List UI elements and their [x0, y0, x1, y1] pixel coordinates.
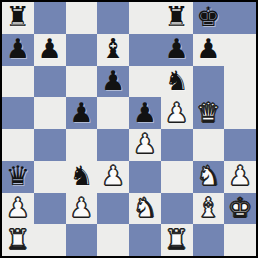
square-e5[interactable]: ♟	[129, 97, 161, 129]
piece-black-king[interactable]: ♚	[196, 3, 220, 30]
square-e6[interactable]	[129, 66, 161, 98]
square-g3[interactable]: ♞	[193, 161, 225, 193]
piece-black-bishop[interactable]: ♝	[101, 35, 125, 62]
square-h8[interactable]	[224, 2, 256, 34]
square-g2[interactable]: ♝	[193, 193, 225, 225]
square-g5[interactable]: ♛	[193, 97, 225, 129]
piece-white-rook[interactable]: ♜	[165, 226, 189, 253]
square-c3[interactable]: ♞	[66, 161, 98, 193]
piece-white-knight[interactable]: ♞	[133, 194, 157, 221]
square-d3[interactable]: ♟	[97, 161, 129, 193]
piece-white-bishop[interactable]: ♝	[196, 194, 220, 221]
square-b1[interactable]	[34, 224, 66, 256]
piece-white-queen[interactable]: ♛	[196, 99, 220, 126]
square-d8[interactable]	[97, 2, 129, 34]
square-h3[interactable]: ♟	[224, 161, 256, 193]
square-a8[interactable]: ♜	[2, 2, 34, 34]
square-e7[interactable]	[129, 34, 161, 66]
square-g1[interactable]	[193, 224, 225, 256]
square-e1[interactable]	[129, 224, 161, 256]
square-h1[interactable]	[224, 224, 256, 256]
square-g6[interactable]	[193, 66, 225, 98]
square-c7[interactable]	[66, 34, 98, 66]
square-h7[interactable]	[224, 34, 256, 66]
piece-white-king[interactable]: ♚	[228, 194, 252, 221]
square-b7[interactable]: ♟	[34, 34, 66, 66]
square-a3[interactable]: ♛	[2, 161, 34, 193]
square-f2[interactable]	[161, 193, 193, 225]
piece-white-pawn[interactable]: ♟	[165, 99, 189, 126]
square-c8[interactable]	[66, 2, 98, 34]
square-f7[interactable]: ♟	[161, 34, 193, 66]
piece-black-queen[interactable]: ♛	[6, 162, 30, 189]
piece-black-pawn[interactable]: ♟	[6, 35, 30, 62]
piece-white-pawn[interactable]: ♟	[69, 194, 93, 221]
piece-white-rook[interactable]: ♜	[6, 226, 30, 253]
piece-black-rook[interactable]: ♜	[165, 3, 189, 30]
square-b5[interactable]	[34, 97, 66, 129]
square-h6[interactable]	[224, 66, 256, 98]
piece-black-pawn[interactable]: ♟	[196, 35, 220, 62]
square-b4[interactable]	[34, 129, 66, 161]
square-c2[interactable]: ♟	[66, 193, 98, 225]
square-d2[interactable]	[97, 193, 129, 225]
square-a6[interactable]	[2, 66, 34, 98]
square-g8[interactable]: ♚	[193, 2, 225, 34]
square-f4[interactable]	[161, 129, 193, 161]
piece-black-pawn[interactable]: ♟	[38, 35, 62, 62]
square-c4[interactable]	[66, 129, 98, 161]
piece-white-pawn[interactable]: ♟	[101, 162, 125, 189]
square-e8[interactable]	[129, 2, 161, 34]
piece-black-knight[interactable]: ♞	[69, 162, 93, 189]
piece-black-rook[interactable]: ♜	[6, 3, 30, 30]
piece-black-pawn[interactable]: ♟	[101, 67, 125, 94]
square-e4[interactable]: ♟	[129, 129, 161, 161]
square-b8[interactable]	[34, 2, 66, 34]
square-d4[interactable]	[97, 129, 129, 161]
square-a7[interactable]: ♟	[2, 34, 34, 66]
square-e3[interactable]	[129, 161, 161, 193]
piece-black-pawn[interactable]: ♟	[133, 99, 157, 126]
piece-white-pawn[interactable]: ♟	[133, 130, 157, 157]
piece-white-pawn[interactable]: ♟	[228, 162, 252, 189]
square-f8[interactable]: ♜	[161, 2, 193, 34]
chess-board: ♜♜♚♟♟♝♟♟♟♞♟♟♟♛♟♛♞♟♞♟♟♟♞♝♚♜♜	[0, 0, 258, 258]
square-b2[interactable]	[34, 193, 66, 225]
piece-black-pawn[interactable]: ♟	[165, 35, 189, 62]
square-a5[interactable]	[2, 97, 34, 129]
square-h4[interactable]	[224, 129, 256, 161]
square-f1[interactable]: ♜	[161, 224, 193, 256]
square-c6[interactable]	[66, 66, 98, 98]
piece-black-knight[interactable]: ♞	[165, 67, 189, 94]
square-b6[interactable]	[34, 66, 66, 98]
square-a1[interactable]: ♜	[2, 224, 34, 256]
square-g7[interactable]: ♟	[193, 34, 225, 66]
square-f6[interactable]: ♞	[161, 66, 193, 98]
square-f5[interactable]: ♟	[161, 97, 193, 129]
piece-white-pawn[interactable]: ♟	[6, 194, 30, 221]
square-b3[interactable]	[34, 161, 66, 193]
square-c5[interactable]: ♟	[66, 97, 98, 129]
square-h5[interactable]	[224, 97, 256, 129]
square-f3[interactable]	[161, 161, 193, 193]
piece-black-pawn[interactable]: ♟	[69, 99, 93, 126]
square-e2[interactable]: ♞	[129, 193, 161, 225]
square-a4[interactable]	[2, 129, 34, 161]
square-d7[interactable]: ♝	[97, 34, 129, 66]
square-c1[interactable]	[66, 224, 98, 256]
square-h2[interactable]: ♚	[224, 193, 256, 225]
square-d6[interactable]: ♟	[97, 66, 129, 98]
square-d1[interactable]	[97, 224, 129, 256]
square-a2[interactable]: ♟	[2, 193, 34, 225]
square-g4[interactable]	[193, 129, 225, 161]
square-d5[interactable]	[97, 97, 129, 129]
piece-white-knight[interactable]: ♞	[196, 162, 220, 189]
